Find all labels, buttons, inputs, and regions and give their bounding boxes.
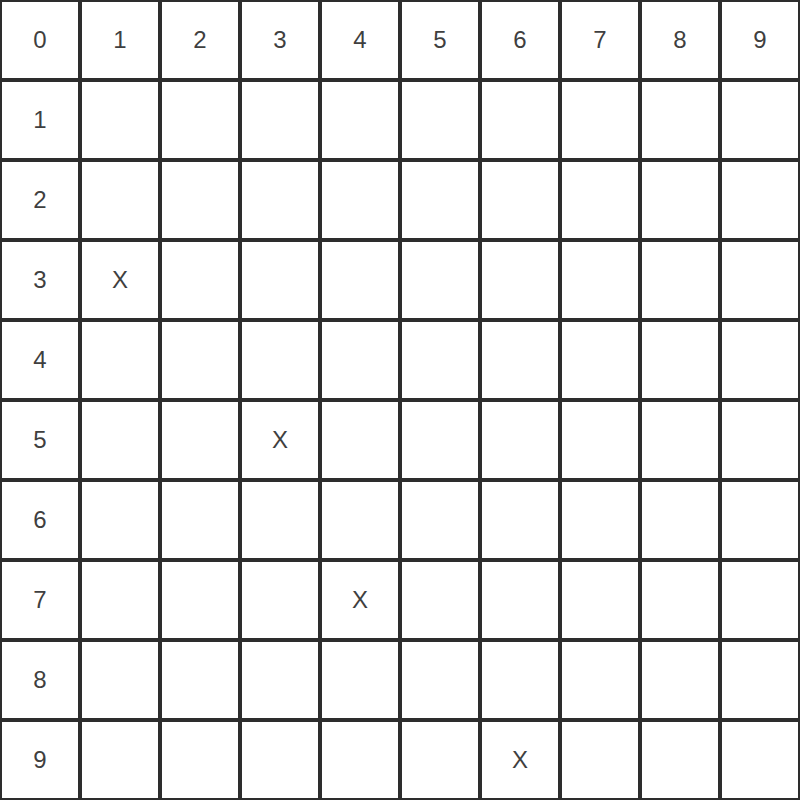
grid-cell-r4c7[interactable]: [562, 322, 638, 398]
grid-cell-r2c1[interactable]: [82, 162, 158, 238]
grid-cell-r3c4[interactable]: [322, 242, 398, 318]
grid-cell-r5c9[interactable]: [722, 402, 798, 478]
grid-cell-r4c5[interactable]: [402, 322, 478, 398]
puzzle-grid: 0123456789123X45X67X89X: [0, 0, 800, 800]
grid-cell-r5c2[interactable]: [162, 402, 238, 478]
grid-cell-r3c5[interactable]: [402, 242, 478, 318]
x-mark-cell-r5c3[interactable]: X: [242, 402, 318, 478]
grid-cell-r6c3[interactable]: [242, 482, 318, 558]
grid-cell-r4c2[interactable]: [162, 322, 238, 398]
col-header-cell-7: 7: [562, 2, 638, 78]
x-mark-cell-r9c6[interactable]: X: [482, 722, 558, 798]
grid-cell-r8c8[interactable]: [642, 642, 718, 718]
grid-cell-r9c9[interactable]: [722, 722, 798, 798]
grid-cell-r2c2[interactable]: [162, 162, 238, 238]
origin-header-cell: 0: [2, 2, 78, 78]
grid-cell-r1c9[interactable]: [722, 82, 798, 158]
grid-cell-r8c3[interactable]: [242, 642, 318, 718]
grid-cell-r2c5[interactable]: [402, 162, 478, 238]
grid-cell-r8c1[interactable]: [82, 642, 158, 718]
grid-cell-r9c2[interactable]: [162, 722, 238, 798]
grid-cell-r2c4[interactable]: [322, 162, 398, 238]
grid-cell-r1c6[interactable]: [482, 82, 558, 158]
grid-cell-r5c4[interactable]: [322, 402, 398, 478]
grid-cell-r8c9[interactable]: [722, 642, 798, 718]
grid-cell-r1c4[interactable]: [322, 82, 398, 158]
grid-cell-r1c3[interactable]: [242, 82, 318, 158]
grid-cell-r5c7[interactable]: [562, 402, 638, 478]
grid-cell-r4c9[interactable]: [722, 322, 798, 398]
grid-cell-r6c9[interactable]: [722, 482, 798, 558]
grid-cell-r7c5[interactable]: [402, 562, 478, 638]
col-header-cell-6: 6: [482, 2, 558, 78]
grid-cell-r2c8[interactable]: [642, 162, 718, 238]
grid-cell-r1c2[interactable]: [162, 82, 238, 158]
grid-cell-r5c1[interactable]: [82, 402, 158, 478]
row-header-cell-8: 8: [2, 642, 78, 718]
row-header-cell-3: 3: [2, 242, 78, 318]
grid-cell-r4c3[interactable]: [242, 322, 318, 398]
grid-cell-r5c8[interactable]: [642, 402, 718, 478]
grid-cell-r6c6[interactable]: [482, 482, 558, 558]
grid-cell-r9c5[interactable]: [402, 722, 478, 798]
grid-cell-r9c7[interactable]: [562, 722, 638, 798]
grid-cell-r8c6[interactable]: [482, 642, 558, 718]
grid-cell-r4c1[interactable]: [82, 322, 158, 398]
grid-cell-r5c5[interactable]: [402, 402, 478, 478]
grid-cell-r2c3[interactable]: [242, 162, 318, 238]
row-header-cell-2: 2: [2, 162, 78, 238]
grid-cell-r3c2[interactable]: [162, 242, 238, 318]
grid-cell-r4c4[interactable]: [322, 322, 398, 398]
col-header-cell-5: 5: [402, 2, 478, 78]
grid-cell-r2c6[interactable]: [482, 162, 558, 238]
grid-cell-r9c1[interactable]: [82, 722, 158, 798]
grid-cell-r7c8[interactable]: [642, 562, 718, 638]
row-header-cell-6: 6: [2, 482, 78, 558]
col-header-cell-8: 8: [642, 2, 718, 78]
grid-cell-r2c9[interactable]: [722, 162, 798, 238]
col-header-cell-9: 9: [722, 2, 798, 78]
grid-cell-r1c7[interactable]: [562, 82, 638, 158]
x-mark-cell-r7c4[interactable]: X: [322, 562, 398, 638]
grid-cell-r7c7[interactable]: [562, 562, 638, 638]
grid-cell-r2c7[interactable]: [562, 162, 638, 238]
grid-cell-r6c5[interactable]: [402, 482, 478, 558]
grid-cell-r3c3[interactable]: [242, 242, 318, 318]
grid-cell-r9c4[interactable]: [322, 722, 398, 798]
grid-cell-r6c4[interactable]: [322, 482, 398, 558]
row-header-cell-4: 4: [2, 322, 78, 398]
grid-cell-r7c3[interactable]: [242, 562, 318, 638]
grid-cell-r8c4[interactable]: [322, 642, 398, 718]
grid-cell-r8c7[interactable]: [562, 642, 638, 718]
grid-cell-r6c8[interactable]: [642, 482, 718, 558]
col-header-cell-1: 1: [82, 2, 158, 78]
grid-cell-r3c9[interactable]: [722, 242, 798, 318]
grid-cell-r5c6[interactable]: [482, 402, 558, 478]
grid-cell-r7c1[interactable]: [82, 562, 158, 638]
grid-cell-r6c2[interactable]: [162, 482, 238, 558]
row-header-cell-7: 7: [2, 562, 78, 638]
x-mark-cell-r3c1[interactable]: X: [82, 242, 158, 318]
grid-cell-r3c6[interactable]: [482, 242, 558, 318]
row-header-cell-1: 1: [2, 82, 78, 158]
col-header-cell-3: 3: [242, 2, 318, 78]
grid-cell-r4c8[interactable]: [642, 322, 718, 398]
grid-cell-r9c8[interactable]: [642, 722, 718, 798]
grid-cell-r8c2[interactable]: [162, 642, 238, 718]
grid-cell-r4c6[interactable]: [482, 322, 558, 398]
col-header-cell-4: 4: [322, 2, 398, 78]
grid-cell-r1c8[interactable]: [642, 82, 718, 158]
grid-cell-r6c1[interactable]: [82, 482, 158, 558]
grid-cell-r9c3[interactable]: [242, 722, 318, 798]
row-header-cell-5: 5: [2, 402, 78, 478]
grid-cell-r7c9[interactable]: [722, 562, 798, 638]
grid-cell-r3c7[interactable]: [562, 242, 638, 318]
col-header-cell-2: 2: [162, 2, 238, 78]
row-header-cell-9: 9: [2, 722, 78, 798]
grid-cell-r6c7[interactable]: [562, 482, 638, 558]
grid-cell-r7c6[interactable]: [482, 562, 558, 638]
grid-cell-r3c8[interactable]: [642, 242, 718, 318]
grid-cell-r8c5[interactable]: [402, 642, 478, 718]
grid-cell-r1c1[interactable]: [82, 82, 158, 158]
grid-cell-r1c5[interactable]: [402, 82, 478, 158]
grid-cell-r7c2[interactable]: [162, 562, 238, 638]
